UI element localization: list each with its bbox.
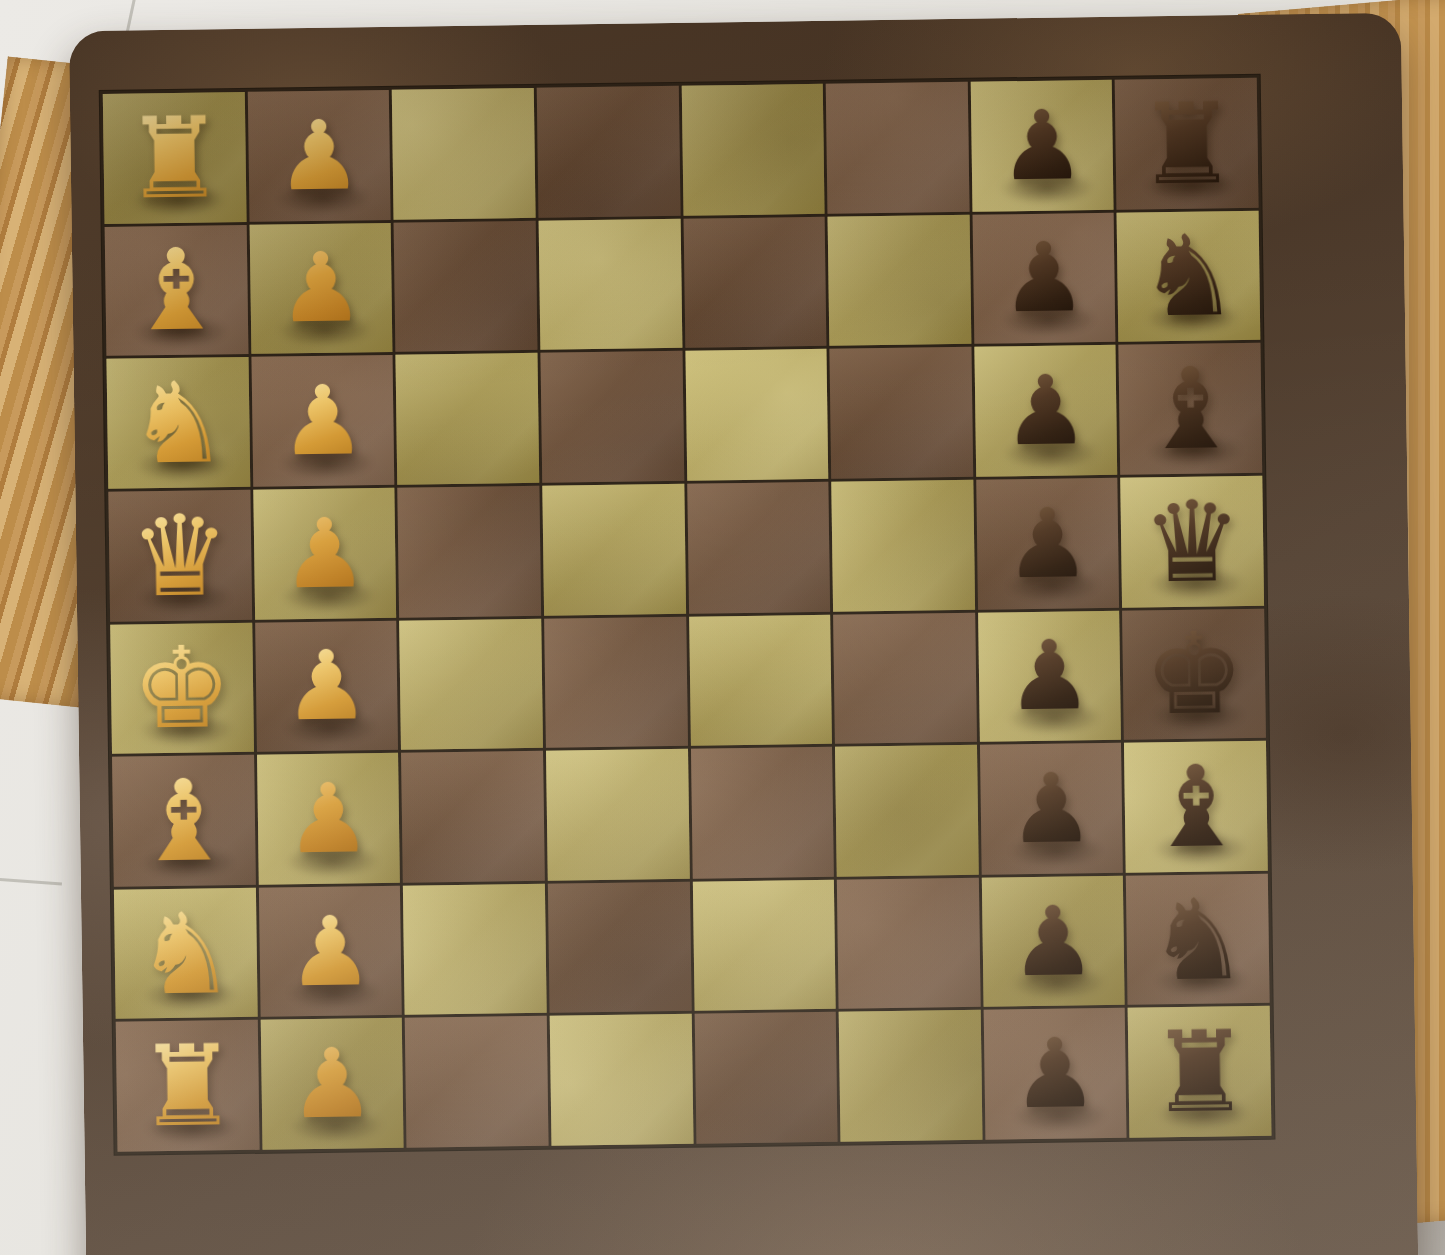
square-r3c5 <box>685 349 828 481</box>
square-r7c1: ♞ <box>114 888 257 1020</box>
white-pawn: ♟ <box>288 1035 375 1132</box>
square-r7c4 <box>548 882 691 1014</box>
white-pawn: ♟ <box>275 107 362 204</box>
square-r4c5 <box>687 482 830 614</box>
white-rook: ♜ <box>124 101 226 214</box>
square-r5c1: ♚ <box>110 622 253 754</box>
white-bishop: ♝ <box>125 234 227 347</box>
black-king: ♚ <box>1143 617 1245 730</box>
square-r3c8: ♝ <box>1119 343 1262 475</box>
square-r8c2: ♟ <box>260 1018 403 1150</box>
square-r6c4 <box>546 749 689 881</box>
square-r1c2: ♟ <box>247 90 390 222</box>
black-queen: ♛ <box>1141 485 1243 598</box>
square-r6c6 <box>835 745 978 877</box>
square-r8c5 <box>694 1012 837 1144</box>
square-r1c8: ♜ <box>1115 78 1258 210</box>
square-r8c1: ♜ <box>116 1020 259 1152</box>
white-king: ♚ <box>131 631 233 744</box>
square-r8c8: ♜ <box>1128 1006 1271 1138</box>
square-r8c6 <box>839 1010 982 1142</box>
square-r6c1: ♝ <box>112 755 255 887</box>
square-r4c8: ♛ <box>1121 476 1264 608</box>
square-r2c1: ♝ <box>105 225 248 357</box>
square-r1c5 <box>681 84 824 216</box>
black-knight: ♞ <box>1147 883 1249 996</box>
square-r6c3 <box>401 751 544 883</box>
square-r4c3 <box>398 486 541 618</box>
chess-board: ♜♟♟♜♝♟♟♞♞♟♟♝♛♟♟♛♚♟♟♚♝♟♟♝♞♟♟♞♜♟♟♜ <box>69 13 1419 1255</box>
square-r3c6 <box>830 347 973 479</box>
square-r2c7: ♟ <box>972 212 1115 344</box>
square-r3c1: ♞ <box>106 357 249 489</box>
square-r6c2: ♟ <box>257 753 400 885</box>
square-r4c7: ♟ <box>976 478 1119 610</box>
black-pawn: ♟ <box>1008 760 1095 857</box>
square-r6c7: ♟ <box>980 743 1123 875</box>
square-r2c2: ♟ <box>249 223 392 355</box>
white-queen: ♛ <box>129 499 231 612</box>
square-r6c5 <box>690 747 833 879</box>
board-grid: ♜♟♟♜♝♟♟♞♞♟♟♝♛♟♟♛♚♟♟♚♝♟♟♝♞♟♟♞♜♟♟♜ <box>100 75 1275 1155</box>
square-r1c4 <box>537 86 680 218</box>
square-r2c8: ♞ <box>1117 210 1260 342</box>
square-r7c6 <box>837 877 980 1009</box>
black-pawn: ♟ <box>998 97 1085 194</box>
black-rook: ♜ <box>1149 1015 1251 1128</box>
white-knight: ♞ <box>127 366 229 479</box>
white-pawn: ♟ <box>285 770 372 867</box>
square-r8c3 <box>405 1016 548 1148</box>
square-r7c3 <box>403 884 546 1016</box>
black-pawn: ♟ <box>1002 362 1089 459</box>
white-knight: ♞ <box>135 897 237 1010</box>
white-pawn: ♟ <box>279 372 366 469</box>
white-rook: ♜ <box>136 1029 238 1142</box>
square-r5c3 <box>399 618 542 750</box>
black-knight: ♞ <box>1138 219 1240 332</box>
square-r2c5 <box>683 216 826 348</box>
square-r2c4 <box>538 218 681 350</box>
square-r4c2: ♟ <box>253 488 396 620</box>
white-bishop: ♝ <box>133 764 235 877</box>
square-r5c4 <box>544 616 687 748</box>
white-pawn: ♟ <box>277 240 364 337</box>
white-pawn: ♟ <box>287 903 374 1000</box>
white-pawn: ♟ <box>283 638 370 735</box>
square-r1c7: ♟ <box>970 80 1113 212</box>
black-pawn: ♟ <box>1004 495 1091 592</box>
square-r7c8: ♞ <box>1126 873 1269 1005</box>
black-pawn: ♟ <box>1011 1025 1098 1122</box>
square-r8c7: ♟ <box>983 1008 1126 1140</box>
square-r1c3 <box>392 88 535 220</box>
square-r2c6 <box>828 214 971 346</box>
square-r6c8: ♝ <box>1124 741 1267 873</box>
square-r5c5 <box>689 614 832 746</box>
square-r1c1: ♜ <box>103 92 246 224</box>
black-rook: ♜ <box>1136 87 1238 200</box>
square-r5c6 <box>833 612 976 744</box>
black-bishop: ♝ <box>1140 352 1242 465</box>
white-pawn: ♟ <box>281 505 368 602</box>
square-r7c5 <box>692 880 835 1012</box>
square-r3c7: ♟ <box>974 345 1117 477</box>
square-r5c2: ♟ <box>255 620 398 752</box>
black-pawn: ♟ <box>1006 627 1093 724</box>
square-r7c7: ♟ <box>982 875 1125 1007</box>
black-pawn: ♟ <box>1010 893 1097 990</box>
square-r4c4 <box>542 484 685 616</box>
square-r4c1: ♛ <box>108 490 251 622</box>
square-r3c3 <box>396 353 539 485</box>
square-r2c3 <box>394 220 537 352</box>
square-r5c8: ♚ <box>1122 608 1265 740</box>
square-r1c6 <box>826 82 969 214</box>
square-r3c4 <box>540 351 683 483</box>
square-r5c7: ♟ <box>978 610 1121 742</box>
square-r4c6 <box>831 480 974 612</box>
tile-grout-line <box>0 878 62 886</box>
square-r7c2: ♟ <box>259 886 402 1018</box>
black-bishop: ♝ <box>1145 750 1247 863</box>
square-r3c2: ♟ <box>251 355 394 487</box>
square-r8c4 <box>550 1014 693 1146</box>
black-pawn: ♟ <box>1000 230 1087 327</box>
photo-scene: ♜♟♟♜♝♟♟♞♞♟♟♝♛♟♟♛♚♟♟♚♝♟♟♝♞♟♟♞♜♟♟♜ <box>0 0 1445 1255</box>
